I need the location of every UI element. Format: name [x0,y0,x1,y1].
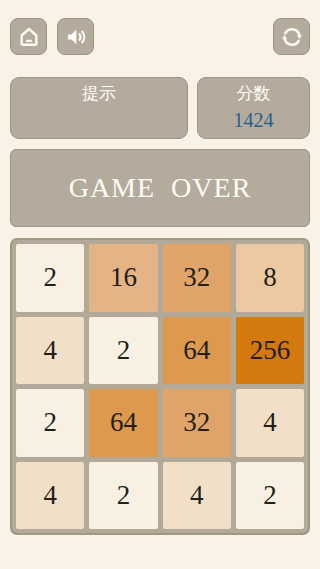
refresh-icon [279,24,305,50]
game-over-banner: GAME OVER [10,149,310,227]
game-over-label: GAME OVER [69,172,252,204]
hint-panel[interactable]: 提示 [10,77,188,139]
tile-r3c0: 4 [16,462,84,530]
tile-r0c2: 32 [163,244,231,312]
tile-r1c3: 256 [236,317,304,385]
tile-r0c1: 16 [89,244,157,312]
info-panels-row: 提示 分数 1424 [10,77,310,139]
tile-r0c3: 8 [236,244,304,312]
hint-label: 提示 [11,84,187,104]
tile-r3c3: 2 [236,462,304,530]
sound-button[interactable] [57,18,94,55]
score-panel: 分数 1424 [197,77,310,139]
tile-r1c2: 64 [163,317,231,385]
speaker-on-icon [63,24,89,50]
home-icon [16,24,42,50]
tile-r2c2: 32 [163,389,231,457]
tile-r3c2: 4 [163,462,231,530]
restart-button[interactable] [273,18,310,55]
home-button[interactable] [10,18,47,55]
score-label: 分数 [198,84,309,104]
score-value: 1424 [198,108,309,132]
tile-r2c0: 2 [16,389,84,457]
tile-r2c1: 64 [89,389,157,457]
tile-r2c3: 4 [236,389,304,457]
board-grid[interactable]: 2 16 32 8 4 2 64 256 2 64 32 4 4 2 4 2 [10,238,310,535]
tile-r3c1: 2 [89,462,157,530]
top-toolbar [0,0,320,55]
tile-r1c1: 2 [89,317,157,385]
tile-r0c0: 2 [16,244,84,312]
tile-r1c0: 4 [16,317,84,385]
